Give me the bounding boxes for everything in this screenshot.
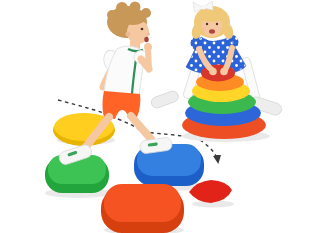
boy-hair-fringe [120, 9, 146, 25]
boy-right-hand [144, 43, 152, 51]
girl-eye [206, 23, 208, 25]
boy-open-mouth [144, 37, 148, 43]
boy-eye [141, 28, 144, 31]
girl-right-hand [220, 68, 228, 76]
girl-eye [216, 23, 218, 25]
orange-stepping-stone [101, 184, 184, 233]
girl-cheek [218, 27, 222, 31]
boy-nose [147, 33, 150, 36]
boy-right-forearm [148, 50, 149, 69]
orange-stone-top [104, 184, 181, 222]
girl-left-hand [209, 68, 217, 76]
scene-svg [0, 0, 310, 233]
girl-smiling-mouth [209, 29, 215, 33]
girl-cheek [202, 27, 206, 31]
boy-ear [126, 32, 131, 37]
green-stepping-stone [45, 155, 113, 198]
boy-hair-curl [107, 10, 117, 20]
girl-bow-knot [201, 5, 206, 10]
product-photo-stage [0, 0, 310, 233]
